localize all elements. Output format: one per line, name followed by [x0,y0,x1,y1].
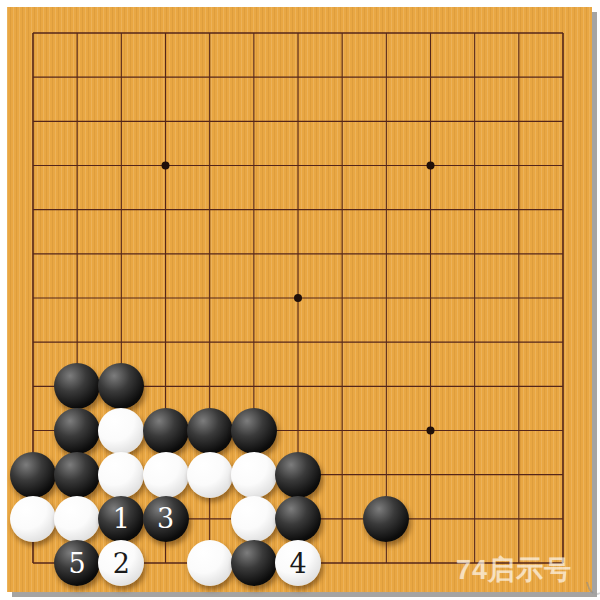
stones-layer: 13524 [7,7,592,592]
move-number: 2 [113,550,130,577]
watermark-text: 74启示号 [456,552,572,588]
move-number: 1 [113,505,130,532]
black-stone[interactable] [275,452,321,498]
white-stone[interactable] [187,452,233,498]
white-stone[interactable] [54,496,100,542]
black-stone[interactable] [187,408,233,454]
black-stone[interactable]: 3 [143,496,189,542]
black-stone[interactable] [54,408,100,454]
move-number: 5 [69,550,86,577]
black-stone[interactable] [98,363,144,409]
black-stone[interactable] [275,496,321,542]
white-stone[interactable] [231,496,277,542]
white-stone[interactable] [231,452,277,498]
white-stone[interactable]: 2 [98,540,144,586]
page-background: 13524 74启示号 [0,0,600,600]
move-number: 4 [289,550,306,577]
black-stone[interactable] [54,363,100,409]
black-stone[interactable] [231,540,277,586]
black-stone[interactable] [363,496,409,542]
page-curl-decoration [586,579,600,598]
white-stone[interactable] [187,540,233,586]
black-stone[interactable] [143,408,189,454]
white-stone[interactable] [10,496,56,542]
go-board[interactable]: 13524 74启示号 [7,7,592,592]
black-stone[interactable]: 5 [54,540,100,586]
black-stone[interactable] [231,408,277,454]
move-number: 3 [157,505,174,532]
white-stone[interactable] [98,408,144,454]
black-stone[interactable]: 1 [98,496,144,542]
white-stone[interactable]: 4 [275,540,321,586]
white-stone[interactable] [98,452,144,498]
white-stone[interactable] [143,452,189,498]
black-stone[interactable] [10,452,56,498]
black-stone[interactable] [54,452,100,498]
